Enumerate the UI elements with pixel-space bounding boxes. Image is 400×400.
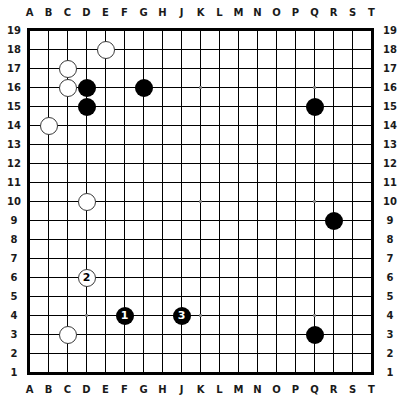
column-label: R: [324, 380, 343, 398]
white-stone[interactable]: [59, 326, 77, 344]
column-label: Q: [305, 3, 324, 21]
column-label: L: [210, 380, 229, 398]
go-board-diagram: ABCDEFGHJKLMNOPQRST ABCDEFGHJKLMNOPQRST …: [0, 0, 400, 400]
white-stone[interactable]: [97, 41, 115, 59]
go-board[interactable]: 132: [20, 21, 381, 382]
left-coordinates: 19181716151413121110987654321: [3, 21, 25, 382]
row-label: 6: [3, 268, 25, 287]
row-label: 4: [3, 306, 25, 325]
row-label: 1: [3, 363, 25, 382]
column-label: P: [286, 380, 305, 398]
row-label: 8: [379, 230, 400, 249]
column-label: T: [362, 3, 381, 21]
row-label: 15: [3, 97, 25, 116]
row-label: 10: [379, 192, 400, 211]
column-label: E: [96, 3, 115, 21]
white-stone[interactable]: [78, 193, 96, 211]
row-label: 13: [379, 135, 400, 154]
row-label: 11: [3, 173, 25, 192]
black-stone[interactable]: [306, 326, 324, 344]
row-label: 14: [3, 116, 25, 135]
stone-move-number: 1: [121, 310, 129, 321]
column-label: A: [20, 3, 39, 21]
row-label: 8: [3, 230, 25, 249]
black-stone[interactable]: [78, 98, 96, 116]
column-label: B: [39, 3, 58, 21]
stone-move-number: 3: [178, 310, 186, 321]
bottom-coordinates: ABCDEFGHJKLMNOPQRST: [20, 380, 381, 398]
column-label: K: [191, 3, 210, 21]
row-label: 17: [3, 59, 25, 78]
stone-move-number: 2: [83, 272, 91, 283]
column-label: M: [229, 380, 248, 398]
column-label: F: [115, 3, 134, 21]
column-label: T: [362, 380, 381, 398]
row-label: 5: [3, 287, 25, 306]
column-label: E: [96, 380, 115, 398]
row-label: 14: [379, 116, 400, 135]
column-label: A: [20, 380, 39, 398]
column-label: D: [77, 3, 96, 21]
row-label: 9: [3, 211, 25, 230]
row-label: 10: [3, 192, 25, 211]
column-label: D: [77, 380, 96, 398]
row-label: 12: [379, 154, 400, 173]
row-label: 18: [379, 40, 400, 59]
row-label: 13: [3, 135, 25, 154]
column-label: C: [58, 3, 77, 21]
row-label: 7: [3, 249, 25, 268]
black-stone[interactable]: [306, 98, 324, 116]
row-label: 12: [3, 154, 25, 173]
black-stone[interactable]: [135, 79, 153, 97]
row-label: 3: [379, 325, 400, 344]
column-label: H: [153, 380, 172, 398]
column-label: J: [172, 380, 191, 398]
column-label: R: [324, 3, 343, 21]
row-label: 19: [3, 21, 25, 40]
white-stone[interactable]: [40, 117, 58, 135]
column-label: N: [248, 3, 267, 21]
column-label: M: [229, 3, 248, 21]
row-label: 7: [379, 249, 400, 268]
column-label: K: [191, 380, 210, 398]
row-label: 19: [379, 21, 400, 40]
row-label: 2: [3, 344, 25, 363]
column-label: G: [134, 380, 153, 398]
row-label: 16: [379, 78, 400, 97]
column-label: O: [267, 380, 286, 398]
column-label: F: [115, 380, 134, 398]
column-label: P: [286, 3, 305, 21]
column-label: S: [343, 3, 362, 21]
column-label: B: [39, 380, 58, 398]
row-label: 15: [379, 97, 400, 116]
black-stone[interactable]: 1: [116, 307, 134, 325]
row-label: 4: [379, 306, 400, 325]
column-label: Q: [305, 380, 324, 398]
column-label: H: [153, 3, 172, 21]
row-label: 1: [379, 363, 400, 382]
column-label: S: [343, 380, 362, 398]
row-label: 11: [379, 173, 400, 192]
black-stone[interactable]: [325, 212, 343, 230]
column-label: G: [134, 3, 153, 21]
white-stone[interactable]: 2: [78, 269, 96, 287]
black-stone[interactable]: [78, 79, 96, 97]
row-label: 6: [379, 268, 400, 287]
white-stone[interactable]: [59, 60, 77, 78]
column-label: N: [248, 380, 267, 398]
row-label: 17: [379, 59, 400, 78]
black-stone[interactable]: 3: [173, 307, 191, 325]
column-label: L: [210, 3, 229, 21]
column-label: J: [172, 3, 191, 21]
row-label: 2: [379, 344, 400, 363]
right-coordinates: 19181716151413121110987654321: [379, 21, 400, 382]
row-label: 16: [3, 78, 25, 97]
row-label: 5: [379, 287, 400, 306]
column-label: O: [267, 3, 286, 21]
top-coordinates: ABCDEFGHJKLMNOPQRST: [20, 3, 381, 21]
column-label: C: [58, 380, 77, 398]
row-label: 9: [379, 211, 400, 230]
white-stone[interactable]: [59, 79, 77, 97]
row-label: 3: [3, 325, 25, 344]
row-label: 18: [3, 40, 25, 59]
